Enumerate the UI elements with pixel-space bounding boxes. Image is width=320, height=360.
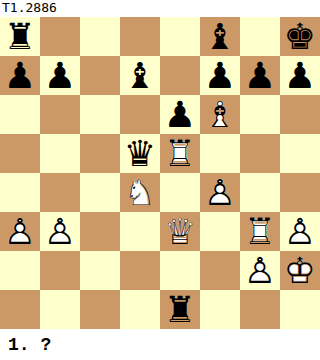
white-pawn: ♟♙: [0, 212, 40, 251]
square-f3[interactable]: [200, 212, 240, 251]
puzzle-id: T1.2886: [0, 0, 320, 17]
square-f7[interactable]: ♟: [200, 56, 240, 95]
white-pawn: ♟♙: [280, 212, 320, 251]
square-d4[interactable]: ♞♘: [120, 173, 160, 212]
square-e5[interactable]: ♜♖: [160, 134, 200, 173]
white-queen: ♛♕: [160, 212, 200, 251]
square-d8[interactable]: [120, 17, 160, 56]
square-g3[interactable]: ♜♖: [240, 212, 280, 251]
square-f5[interactable]: [200, 134, 240, 173]
square-a7[interactable]: ♟: [0, 56, 40, 95]
square-a2[interactable]: [0, 251, 40, 290]
square-a8[interactable]: ♜: [0, 17, 40, 56]
square-f1[interactable]: [200, 290, 240, 329]
black-pawn: ♟: [240, 56, 280, 95]
black-pawn: ♟: [200, 56, 240, 95]
square-b6[interactable]: [40, 95, 80, 134]
square-a5[interactable]: [0, 134, 40, 173]
square-g8[interactable]: [240, 17, 280, 56]
black-pawn: ♟: [160, 95, 200, 134]
square-h7[interactable]: ♟: [280, 56, 320, 95]
square-d1[interactable]: [120, 290, 160, 329]
square-b2[interactable]: [40, 251, 80, 290]
square-d7[interactable]: ♝: [120, 56, 160, 95]
square-a4[interactable]: [0, 173, 40, 212]
square-b5[interactable]: [40, 134, 80, 173]
square-c6[interactable]: [80, 95, 120, 134]
white-knight: ♞♘: [120, 173, 160, 212]
white-rook: ♜♖: [160, 134, 200, 173]
square-c1[interactable]: [80, 290, 120, 329]
square-f6[interactable]: ♝♗: [200, 95, 240, 134]
square-d6[interactable]: [120, 95, 160, 134]
square-b4[interactable]: [40, 173, 80, 212]
square-f2[interactable]: [200, 251, 240, 290]
white-pawn: ♟♙: [200, 173, 240, 212]
square-a1[interactable]: [0, 290, 40, 329]
square-h3[interactable]: ♟♙: [280, 212, 320, 251]
square-g1[interactable]: [240, 290, 280, 329]
white-rook: ♜♖: [240, 212, 280, 251]
square-d3[interactable]: [120, 212, 160, 251]
white-king: ♚♔: [280, 251, 320, 290]
white-bishop: ♝♗: [200, 95, 240, 134]
black-bishop: ♝: [120, 56, 160, 95]
square-b8[interactable]: [40, 17, 80, 56]
square-a6[interactable]: [0, 95, 40, 134]
white-pawn: ♟♙: [40, 212, 80, 251]
chess-board: ♜♝♚♟♟♝♟♟♟♟♝♗♛♜♖♞♘♟♙♟♙♟♙♛♕♜♖♟♙♟♙♚♔♜: [0, 17, 320, 329]
square-d5[interactable]: ♛: [120, 134, 160, 173]
square-g2[interactable]: ♟♙: [240, 251, 280, 290]
square-h1[interactable]: [280, 290, 320, 329]
square-h6[interactable]: [280, 95, 320, 134]
square-d2[interactable]: [120, 251, 160, 290]
black-pawn: ♟: [40, 56, 80, 95]
square-e4[interactable]: [160, 173, 200, 212]
square-e7[interactable]: [160, 56, 200, 95]
square-f4[interactable]: ♟♙: [200, 173, 240, 212]
square-b7[interactable]: ♟: [40, 56, 80, 95]
square-c8[interactable]: [80, 17, 120, 56]
square-e2[interactable]: [160, 251, 200, 290]
square-f8[interactable]: ♝: [200, 17, 240, 56]
square-h2[interactable]: ♚♔: [280, 251, 320, 290]
square-c4[interactable]: [80, 173, 120, 212]
black-queen: ♛: [120, 134, 160, 173]
square-e6[interactable]: ♟: [160, 95, 200, 134]
move-prompt: 1. ?: [0, 329, 320, 360]
square-h8[interactable]: ♚: [280, 17, 320, 56]
square-h4[interactable]: [280, 173, 320, 212]
black-rook: ♜: [0, 17, 40, 56]
square-c3[interactable]: [80, 212, 120, 251]
square-h5[interactable]: [280, 134, 320, 173]
black-pawn: ♟: [280, 56, 320, 95]
square-e1[interactable]: ♜: [160, 290, 200, 329]
black-king: ♚: [280, 17, 320, 56]
square-a3[interactable]: ♟♙: [0, 212, 40, 251]
black-bishop: ♝: [200, 17, 240, 56]
square-b3[interactable]: ♟♙: [40, 212, 80, 251]
square-g4[interactable]: [240, 173, 280, 212]
square-e3[interactable]: ♛♕: [160, 212, 200, 251]
square-g5[interactable]: [240, 134, 280, 173]
square-b1[interactable]: [40, 290, 80, 329]
square-c5[interactable]: [80, 134, 120, 173]
square-e8[interactable]: [160, 17, 200, 56]
square-g7[interactable]: ♟: [240, 56, 280, 95]
black-pawn: ♟: [0, 56, 40, 95]
square-c2[interactable]: [80, 251, 120, 290]
square-c7[interactable]: [80, 56, 120, 95]
black-rook: ♜: [160, 290, 200, 329]
white-pawn: ♟♙: [240, 251, 280, 290]
square-g6[interactable]: [240, 95, 280, 134]
